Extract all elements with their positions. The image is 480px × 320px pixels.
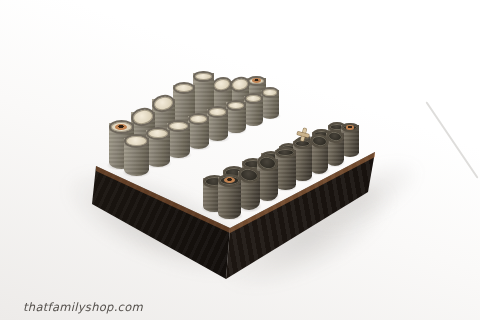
scene: thatfamilyshop.com [0,0,480,320]
background [0,0,480,320]
watermark-text: thatfamilyshop.com [23,300,143,314]
